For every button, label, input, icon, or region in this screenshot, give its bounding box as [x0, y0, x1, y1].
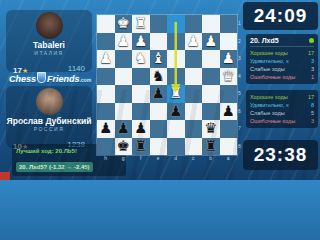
square-a4[interactable]: ♛: [220, 68, 238, 86]
clock-time: 24:09: [243, 2, 318, 30]
square-a7[interactable]: [220, 120, 238, 138]
black-piece-e5: ♟: [150, 85, 168, 103]
square-e8[interactable]: [150, 138, 168, 156]
rank-label: 6: [238, 103, 241, 121]
square-f6[interactable]: [132, 103, 150, 121]
square-b3[interactable]: [202, 50, 220, 68]
square-e1[interactable]: [150, 15, 168, 33]
square-h6[interactable]: [97, 103, 115, 121]
square-c1[interactable]: [185, 15, 203, 33]
corner-red-badge: [0, 172, 10, 180]
stat-value: 17: [308, 49, 314, 57]
square-d1[interactable]: [167, 15, 185, 33]
shield-icon: [37, 72, 46, 83]
stat-label: Слабые ходы: [250, 109, 285, 117]
square-d5[interactable]: ♜: [167, 85, 185, 103]
black-piece-f7: ♟: [132, 120, 150, 138]
stat-label: Хорошие ходы: [250, 93, 288, 101]
black-piece-b7: ♛: [202, 120, 220, 138]
square-e7[interactable]: [150, 120, 168, 138]
square-e3[interactable]: ♝: [150, 50, 168, 68]
avatar: [36, 88, 63, 115]
rank-label: 3: [238, 50, 241, 68]
black-piece-d6: ♟: [167, 103, 185, 121]
file-label: e: [150, 155, 168, 161]
stat-label: Слабые ходы: [250, 65, 285, 73]
square-g4[interactable]: [115, 68, 133, 86]
file-label: b: [202, 155, 220, 161]
square-a3[interactable]: ♟: [220, 50, 238, 68]
stat-label: Удивительно, х: [250, 57, 289, 65]
chessfriends-logo: ChessFriends.com: [8, 72, 92, 84]
file-label: f: [132, 155, 150, 161]
square-b8[interactable]: ♜: [202, 138, 220, 156]
square-d3[interactable]: [167, 50, 185, 68]
square-d2[interactable]: [167, 33, 185, 51]
player-card-top: Tabaleri ИТАЛИЯ 17★ 1140: [6, 10, 92, 72]
analysis-panel-top: 20. Лxd5 Хорошие ходы17 Удивительно, х3 …: [246, 34, 318, 84]
stat-label: Ошибочные ходы: [250, 117, 295, 125]
board-area: ♚♜♟♟♟♟♟♞♝♟♞♛♟♜♟♟♟♟♟♛♚♜♜: [97, 15, 237, 155]
rank-label: 8: [238, 138, 241, 156]
rank-label: 5: [238, 85, 241, 103]
square-b7[interactable]: ♛: [202, 120, 220, 138]
stat-label: Ошибочные ходы: [250, 73, 295, 81]
player-country: РОССИЯ: [6, 126, 92, 133]
black-piece-b8: ♜: [202, 138, 220, 156]
stat-value: 3: [311, 117, 314, 125]
stat-value: 1: [311, 73, 314, 81]
avatar: [36, 12, 63, 39]
chessfriends-game-screen: { "game": "chess", "position": { "fen": …: [0, 0, 320, 180]
square-a6[interactable]: ♟: [220, 103, 238, 121]
square-h8[interactable]: [97, 138, 115, 156]
stat-value: 17: [308, 93, 314, 101]
square-a2[interactable]: [220, 33, 238, 51]
logo-text-left: Chess: [9, 74, 36, 84]
analysis-panel-bottom: Хорошие ходы17 Удивительно, х8 Слабые хо…: [246, 90, 318, 128]
square-c6[interactable]: [185, 103, 203, 121]
square-g1[interactable]: ♚: [115, 15, 133, 33]
square-h3[interactable]: ♟: [97, 50, 115, 68]
square-h2[interactable]: [97, 33, 115, 51]
square-f3[interactable]: ♞: [132, 50, 150, 68]
black-piece-g8: ♚: [115, 138, 133, 156]
square-e6[interactable]: [150, 103, 168, 121]
square-f4[interactable]: [132, 68, 150, 86]
white-piece-d5: ♜: [167, 85, 185, 103]
rank-labels: 1 2 3 4 5 6 7 8: [238, 15, 241, 155]
square-a5[interactable]: [220, 85, 238, 103]
square-c2[interactable]: ♟: [185, 33, 203, 51]
clock-bottom: 23:38: [243, 140, 318, 170]
square-d8[interactable]: [167, 138, 185, 156]
file-label: h: [97, 155, 115, 161]
rank-label: 4: [238, 68, 241, 86]
square-g7[interactable]: ♟: [115, 120, 133, 138]
white-piece-a3: ♟: [220, 50, 238, 68]
square-f5[interactable]: [132, 85, 150, 103]
stat-value: 5: [311, 109, 314, 117]
player-country: ИТАЛИЯ: [6, 50, 92, 57]
file-labels: h g f e d c b a: [97, 155, 237, 161]
square-h4[interactable]: [97, 68, 115, 86]
white-piece-c2: ♟: [185, 33, 203, 51]
white-piece-g2: ♟: [115, 33, 133, 51]
square-f2[interactable]: ♟: [132, 33, 150, 51]
square-c5[interactable]: [185, 85, 203, 103]
played-move-eval: 20. Лxd5? (-1.32 → -2.45): [16, 162, 93, 172]
stat-value: 3: [311, 57, 314, 65]
file-label: a: [220, 155, 238, 161]
stat-label: Хорошие ходы: [250, 49, 288, 57]
white-piece-h3: ♟: [97, 50, 115, 68]
current-move-indicator: [309, 38, 314, 43]
square-h1[interactable]: [97, 15, 115, 33]
white-piece-f1: ♜: [132, 15, 150, 33]
logo-text-right: Friends: [47, 74, 80, 84]
square-g3[interactable]: [115, 50, 133, 68]
square-b4[interactable]: [202, 68, 220, 86]
square-e2[interactable]: [150, 33, 168, 51]
square-a1[interactable]: [220, 15, 238, 33]
square-h5[interactable]: [97, 85, 115, 103]
square-f8[interactable]: ♜: [132, 138, 150, 156]
chess-board: ♚♜♟♟♟♟♟♞♝♟♞♛♟♜♟♟♟♟♟♛♚♜♜: [97, 15, 237, 155]
square-g2[interactable]: ♟: [115, 33, 133, 51]
white-piece-b2: ♟: [202, 33, 220, 51]
square-c7[interactable]: [185, 120, 203, 138]
square-b6[interactable]: [202, 103, 220, 121]
white-piece-f2: ♟: [132, 33, 150, 51]
file-label: c: [185, 155, 203, 161]
logo-tld: .com: [79, 77, 91, 83]
square-d4[interactable]: [167, 68, 185, 86]
square-c4[interactable]: [185, 68, 203, 86]
player-name: Tabaleri: [6, 40, 92, 50]
square-c8[interactable]: [185, 138, 203, 156]
square-a8[interactable]: [220, 138, 238, 156]
black-piece-a6: ♟: [220, 103, 238, 121]
clock-top: 24:09: [243, 2, 318, 30]
square-b2[interactable]: ♟: [202, 33, 220, 51]
square-f7[interactable]: ♟: [132, 120, 150, 138]
square-f1[interactable]: ♜: [132, 15, 150, 33]
stat-value: 3: [311, 65, 314, 73]
square-e4[interactable]: ♞: [150, 68, 168, 86]
square-b1[interactable]: [202, 15, 220, 33]
square-d7[interactable]: [167, 120, 185, 138]
player-card-bottom: Ярослав Дубинский РОССИЯ 10★ 1238: [6, 86, 92, 148]
square-h7[interactable]: ♟: [97, 120, 115, 138]
rank-label: 2: [238, 33, 241, 51]
file-label: g: [115, 155, 133, 161]
clock-time: 23:38: [243, 140, 318, 170]
square-g6[interactable]: [115, 103, 133, 121]
player-name: Ярослав Дубинский: [6, 116, 92, 126]
rank-label: 7: [238, 120, 241, 138]
square-g8[interactable]: ♚: [115, 138, 133, 156]
square-d6[interactable]: ♟: [167, 103, 185, 121]
rank-label: 1: [238, 15, 241, 33]
square-e5[interactable]: ♟: [150, 85, 168, 103]
white-piece-f3: ♞: [132, 50, 150, 68]
stat-value: 8: [311, 101, 314, 109]
square-c3[interactable]: [185, 50, 203, 68]
square-g5[interactable]: [115, 85, 133, 103]
black-piece-f8: ♜: [132, 138, 150, 156]
white-piece-e3: ♝: [150, 50, 168, 68]
black-piece-g7: ♟: [115, 120, 133, 138]
stat-label: Удивительно, х: [250, 101, 289, 109]
file-label: d: [167, 155, 185, 161]
white-piece-a4: ♛: [220, 68, 238, 86]
white-piece-g1: ♚: [115, 15, 133, 33]
square-b5[interactable]: [202, 85, 220, 103]
black-piece-e4: ♞: [150, 68, 168, 86]
current-move-label: 20. Лxd5: [250, 37, 279, 44]
black-piece-h7: ♟: [97, 120, 115, 138]
